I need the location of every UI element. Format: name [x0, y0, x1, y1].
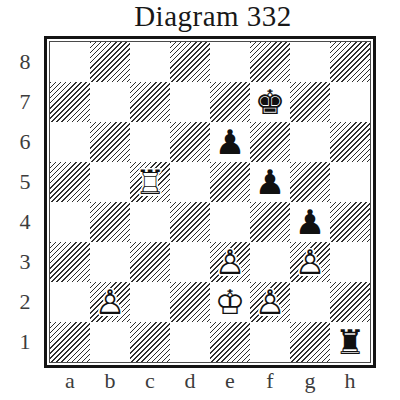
file-label-b: b	[90, 366, 130, 396]
square-a6[interactable]	[50, 122, 90, 162]
square-h3[interactable]	[330, 242, 370, 282]
square-h4[interactable]	[330, 202, 370, 242]
piece-black-pawn[interactable]: ♟♟	[290, 202, 330, 242]
rank-labels: 87654321	[12, 42, 38, 362]
square-h7[interactable]	[330, 82, 370, 122]
piece-glyph: ♚	[250, 82, 290, 122]
board-frame: ♚♚♟♟♜♖♟♟♟♟♟♙♟♙♟♙♚♔♟♙♜♜	[44, 36, 376, 368]
piece-black-rook[interactable]: ♜♜	[330, 322, 370, 362]
piece-glyph: ♔	[210, 282, 250, 322]
piece-white-pawn[interactable]: ♟♙	[290, 242, 330, 282]
rank-label-1: 1	[12, 322, 38, 362]
piece-black-pawn[interactable]: ♟♟	[250, 162, 290, 202]
square-b4[interactable]	[90, 202, 130, 242]
square-g7[interactable]	[290, 82, 330, 122]
square-a5[interactable]	[50, 162, 90, 202]
chess-board: ♚♚♟♟♜♖♟♟♟♟♟♙♟♙♟♙♚♔♟♙♜♜	[50, 42, 370, 362]
piece-white-rook[interactable]: ♜♖	[130, 162, 170, 202]
file-label-e: e	[210, 366, 250, 396]
square-b8[interactable]	[90, 42, 130, 82]
square-e2[interactable]: ♚♔	[210, 282, 250, 322]
square-d8[interactable]	[170, 42, 210, 82]
square-h8[interactable]	[330, 42, 370, 82]
square-b6[interactable]	[90, 122, 130, 162]
file-label-h: h	[330, 366, 370, 396]
square-a8[interactable]	[50, 42, 90, 82]
rank-label-2: 2	[12, 282, 38, 322]
piece-white-pawn[interactable]: ♟♙	[210, 242, 250, 282]
piece-black-pawn[interactable]: ♟♟	[210, 122, 250, 162]
square-d3[interactable]	[170, 242, 210, 282]
piece-black-king[interactable]: ♚♚	[250, 82, 290, 122]
square-e6[interactable]: ♟♟	[210, 122, 250, 162]
piece-white-pawn[interactable]: ♟♙	[250, 282, 290, 322]
square-e3[interactable]: ♟♙	[210, 242, 250, 282]
square-c6[interactable]	[130, 122, 170, 162]
square-e7[interactable]	[210, 82, 250, 122]
chess-diagram-page: Diagram 332 87654321 ♚♚♟♟♜♖♟♟♟♟♟♙♟♙♟♙♚♔♟…	[0, 0, 400, 400]
square-a7[interactable]	[50, 82, 90, 122]
rank-label-3: 3	[12, 242, 38, 282]
square-e5[interactable]	[210, 162, 250, 202]
file-label-c: c	[130, 366, 170, 396]
rank-label-8: 8	[12, 42, 38, 82]
square-f8[interactable]	[250, 42, 290, 82]
piece-white-king[interactable]: ♚♔	[210, 282, 250, 322]
file-label-a: a	[50, 366, 90, 396]
piece-glyph: ♙	[90, 282, 130, 322]
square-g1[interactable]	[290, 322, 330, 362]
piece-glyph: ♟	[210, 122, 250, 162]
square-g2[interactable]	[290, 282, 330, 322]
rank-label-5: 5	[12, 162, 38, 202]
square-d5[interactable]	[170, 162, 210, 202]
square-f6[interactable]	[250, 122, 290, 162]
board-inner-border: ♚♚♟♟♜♖♟♟♟♟♟♙♟♙♟♙♚♔♟♙♜♜	[49, 41, 371, 363]
square-c2[interactable]	[130, 282, 170, 322]
square-b7[interactable]	[90, 82, 130, 122]
square-e8[interactable]	[210, 42, 250, 82]
piece-glyph: ♟	[250, 162, 290, 202]
file-label-f: f	[250, 366, 290, 396]
square-g5[interactable]	[290, 162, 330, 202]
rank-label-6: 6	[12, 122, 38, 162]
square-d1[interactable]	[170, 322, 210, 362]
square-b5[interactable]	[90, 162, 130, 202]
square-f4[interactable]	[250, 202, 290, 242]
square-a4[interactable]	[50, 202, 90, 242]
square-d6[interactable]	[170, 122, 210, 162]
piece-glyph: ♜	[330, 322, 370, 362]
square-a1[interactable]	[50, 322, 90, 362]
square-d4[interactable]	[170, 202, 210, 242]
square-e4[interactable]	[210, 202, 250, 242]
square-c7[interactable]	[130, 82, 170, 122]
square-a2[interactable]	[50, 282, 90, 322]
square-h2[interactable]	[330, 282, 370, 322]
square-f3[interactable]	[250, 242, 290, 282]
square-h5[interactable]	[330, 162, 370, 202]
square-h6[interactable]	[330, 122, 370, 162]
square-f5[interactable]: ♟♟	[250, 162, 290, 202]
square-b1[interactable]	[90, 322, 130, 362]
square-g3[interactable]: ♟♙	[290, 242, 330, 282]
file-labels: abcdefgh	[50, 366, 370, 396]
piece-glyph: ♖	[130, 162, 170, 202]
square-c8[interactable]	[130, 42, 170, 82]
square-c1[interactable]	[130, 322, 170, 362]
square-a3[interactable]	[50, 242, 90, 282]
square-g4[interactable]: ♟♟	[290, 202, 330, 242]
square-f7[interactable]: ♚♚	[250, 82, 290, 122]
square-c3[interactable]	[130, 242, 170, 282]
piece-glyph: ♙	[290, 242, 330, 282]
rank-label-4: 4	[12, 202, 38, 242]
piece-glyph: ♙	[210, 242, 250, 282]
square-g8[interactable]	[290, 42, 330, 82]
file-label-g: g	[290, 366, 330, 396]
piece-glyph: ♙	[250, 282, 290, 322]
square-d7[interactable]	[170, 82, 210, 122]
rank-label-7: 7	[12, 82, 38, 122]
square-d2[interactable]	[170, 282, 210, 322]
square-f2[interactable]: ♟♙	[250, 282, 290, 322]
file-label-d: d	[170, 366, 210, 396]
square-e1[interactable]	[210, 322, 250, 362]
square-h1[interactable]: ♜♜	[330, 322, 370, 362]
square-g6[interactable]	[290, 122, 330, 162]
piece-glyph: ♟	[290, 202, 330, 242]
square-c5[interactable]: ♜♖	[130, 162, 170, 202]
square-c4[interactable]	[130, 202, 170, 242]
square-f1[interactable]	[250, 322, 290, 362]
square-b2[interactable]: ♟♙	[90, 282, 130, 322]
diagram-title: Diagram 332	[47, 0, 379, 33]
square-b3[interactable]	[90, 242, 130, 282]
piece-white-pawn[interactable]: ♟♙	[90, 282, 130, 322]
